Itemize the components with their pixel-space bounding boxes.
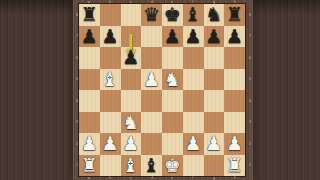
square-a5[interactable]: [79, 69, 100, 91]
square-e4[interactable]: [162, 90, 183, 112]
rank-label-right-3: 3: [248, 120, 251, 124]
square-f8[interactable]: ♝: [183, 4, 204, 26]
chess-app-background: ♜♛♚♝♞♜♟♟♟♟♟♟♟♝♟♞♞♟♟♟♟♟♟♜♝♝♚♜ aabbccddeef…: [0, 0, 320, 180]
piece-black-rook[interactable]: ♜: [81, 4, 98, 25]
piece-white-pawn[interactable]: ♟: [122, 133, 139, 154]
piece-black-pawn[interactable]: ♟: [102, 26, 119, 47]
piece-black-rook[interactable]: ♜: [226, 4, 243, 25]
piece-white-bishop[interactable]: ♝: [102, 69, 119, 90]
square-a4[interactable]: [79, 90, 100, 112]
square-d5[interactable]: ♟: [141, 69, 162, 91]
rank-label-right-5: 5: [248, 77, 251, 81]
square-d1[interactable]: ♝: [141, 155, 162, 177]
piece-white-rook[interactable]: ♜: [81, 155, 98, 176]
square-f4[interactable]: [183, 90, 204, 112]
square-g1[interactable]: [204, 155, 225, 177]
square-f1[interactable]: [183, 155, 204, 177]
square-b2[interactable]: ♟: [100, 133, 121, 155]
square-e3[interactable]: [162, 112, 183, 134]
square-b7[interactable]: ♟: [100, 26, 121, 48]
square-h4[interactable]: [224, 90, 245, 112]
square-h2[interactable]: ♟: [224, 133, 245, 155]
piece-black-queen[interactable]: ♛: [143, 4, 160, 25]
piece-white-pawn[interactable]: ♟: [102, 133, 119, 154]
square-f5[interactable]: [183, 69, 204, 91]
piece-white-pawn[interactable]: ♟: [143, 69, 160, 90]
square-h3[interactable]: [224, 112, 245, 134]
square-f2[interactable]: ♟: [183, 133, 204, 155]
square-e6[interactable]: [162, 47, 183, 69]
piece-black-pawn[interactable]: ♟: [81, 26, 98, 47]
file-label-bottom-g: g: [213, 175, 216, 179]
square-g3[interactable]: [204, 112, 225, 134]
piece-white-rook[interactable]: ♜: [226, 155, 243, 176]
square-c5[interactable]: [121, 69, 142, 91]
square-f6[interactable]: [183, 47, 204, 69]
square-f3[interactable]: [183, 112, 204, 134]
piece-white-king[interactable]: ♚: [164, 155, 181, 176]
file-label-bottom-f: f: [192, 175, 193, 179]
square-e8[interactable]: ♚: [162, 4, 183, 26]
rank-label-left-3: 3: [75, 120, 78, 124]
piece-black-bishop[interactable]: ♝: [185, 4, 202, 25]
piece-black-king[interactable]: ♚: [164, 4, 181, 25]
square-d8[interactable]: ♛: [141, 4, 162, 26]
piece-white-knight[interactable]: ♞: [122, 112, 139, 133]
square-d7[interactable]: [141, 26, 162, 48]
square-b4[interactable]: [100, 90, 121, 112]
square-a6[interactable]: [79, 47, 100, 69]
square-h1[interactable]: ♜: [224, 155, 245, 177]
square-d6[interactable]: [141, 47, 162, 69]
rank-label-left-5: 5: [75, 77, 78, 81]
piece-black-pawn[interactable]: ♟: [226, 26, 243, 47]
square-g4[interactable]: [204, 90, 225, 112]
piece-black-knight[interactable]: ♞: [205, 4, 222, 25]
square-b5[interactable]: ♝: [100, 69, 121, 91]
piece-white-pawn[interactable]: ♟: [185, 133, 202, 154]
square-d3[interactable]: [141, 112, 162, 134]
square-b1[interactable]: [100, 155, 121, 177]
square-f7[interactable]: ♟: [183, 26, 204, 48]
square-g5[interactable]: [204, 69, 225, 91]
square-g8[interactable]: ♞: [204, 4, 225, 26]
square-h7[interactable]: ♟: [224, 26, 245, 48]
piece-black-pawn[interactable]: ♟: [205, 26, 222, 47]
board-squares: ♜♛♚♝♞♜♟♟♟♟♟♟♟♝♟♞♞♟♟♟♟♟♟♜♝♝♚♜: [79, 4, 245, 176]
rank-label-left-1: 1: [75, 163, 78, 167]
square-b6[interactable]: [100, 47, 121, 69]
rank-label-right-2: 2: [248, 142, 251, 146]
piece-black-bishop[interactable]: ♝: [143, 155, 160, 176]
file-label-bottom-h: h: [233, 175, 236, 179]
square-c8[interactable]: [121, 4, 142, 26]
rank-label-right-7: 7: [248, 34, 251, 38]
file-label-bottom-b: b: [109, 175, 112, 179]
piece-black-pawn[interactable]: ♟: [185, 26, 202, 47]
rank-label-right-8: 8: [248, 13, 251, 17]
square-g7[interactable]: ♟: [204, 26, 225, 48]
rank-label-left-2: 2: [75, 142, 78, 146]
square-e7[interactable]: ♟: [162, 26, 183, 48]
square-b3[interactable]: [100, 112, 121, 134]
rank-label-right-6: 6: [248, 56, 251, 60]
square-c4[interactable]: [121, 90, 142, 112]
square-g6[interactable]: [204, 47, 225, 69]
piece-white-pawn[interactable]: ♟: [205, 133, 222, 154]
rank-label-left-4: 4: [75, 99, 78, 103]
square-c3[interactable]: ♞: [121, 112, 142, 134]
piece-white-knight[interactable]: ♞: [164, 69, 181, 90]
piece-white-pawn[interactable]: ♟: [226, 133, 243, 154]
square-e2[interactable]: [162, 133, 183, 155]
square-c2[interactable]: ♟: [121, 133, 142, 155]
rank-label-right-1: 1: [248, 163, 251, 167]
square-g2[interactable]: ♟: [204, 133, 225, 155]
file-label-bottom-c: c: [130, 175, 132, 179]
square-a7[interactable]: ♟: [79, 26, 100, 48]
square-h8[interactable]: ♜: [224, 4, 245, 26]
square-a1[interactable]: ♜: [79, 155, 100, 177]
square-h5[interactable]: [224, 69, 245, 91]
piece-white-pawn[interactable]: ♟: [81, 133, 98, 154]
file-label-bottom-e: e: [171, 175, 173, 179]
square-d4[interactable]: [141, 90, 162, 112]
file-label-bottom-d: d: [150, 175, 153, 179]
rank-label-left-8: 8: [75, 13, 78, 17]
rank-label-right-4: 4: [248, 99, 251, 103]
square-c6[interactable]: ♟: [121, 47, 142, 69]
square-e5[interactable]: ♞: [162, 69, 183, 91]
piece-white-bishop[interactable]: ♝: [122, 155, 139, 176]
square-h6[interactable]: [224, 47, 245, 69]
square-e1[interactable]: ♚: [162, 155, 183, 177]
chess-board: ♜♛♚♝♞♜♟♟♟♟♟♟♟♝♟♞♞♟♟♟♟♟♟♜♝♝♚♜ aabbccddeef…: [73, 0, 253, 180]
rank-label-left-7: 7: [75, 34, 78, 38]
square-a3[interactable]: [79, 112, 100, 134]
file-label-bottom-a: a: [88, 175, 90, 179]
square-c1[interactable]: ♝: [121, 155, 142, 177]
square-d2[interactable]: [141, 133, 162, 155]
square-a2[interactable]: ♟: [79, 133, 100, 155]
piece-black-pawn[interactable]: ♟: [122, 47, 139, 68]
piece-black-pawn[interactable]: ♟: [164, 26, 181, 47]
square-a8[interactable]: ♜: [79, 4, 100, 26]
rank-label-left-6: 6: [75, 56, 78, 60]
square-b8[interactable]: [100, 4, 121, 26]
